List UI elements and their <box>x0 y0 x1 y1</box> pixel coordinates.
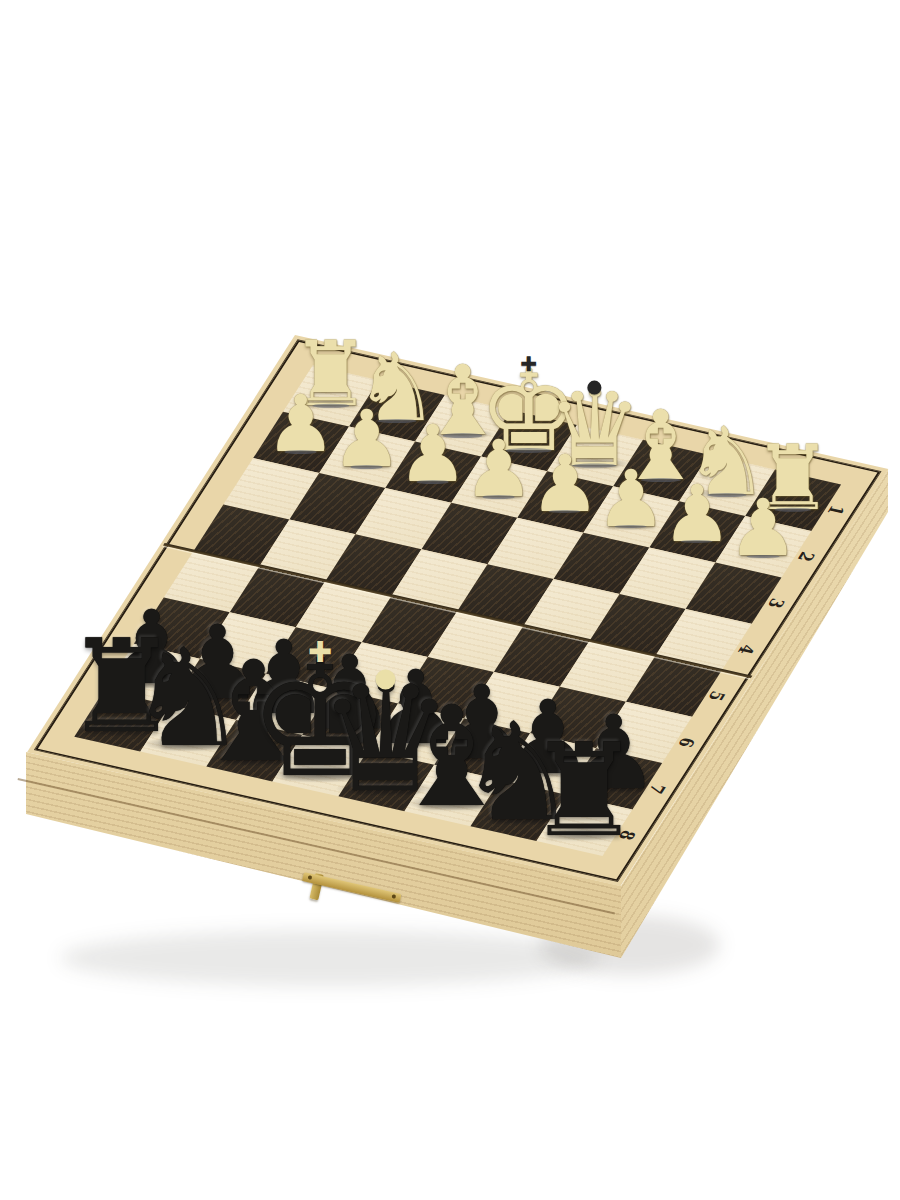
clasp-screw <box>391 894 396 899</box>
queen-finial-ball <box>588 381 602 395</box>
king-finial-cross: ✚ <box>520 354 537 374</box>
floor-shadow <box>60 930 600 986</box>
chess-photo-scene: 12345678 ♜♞♝♚✚♛♝♞♜♟♟♟♟♟♟♟♟♟♟♟♟♟♟♟♟♜♞♝♚✚♛… <box>0 0 900 1200</box>
clasp-screw <box>308 875 313 880</box>
